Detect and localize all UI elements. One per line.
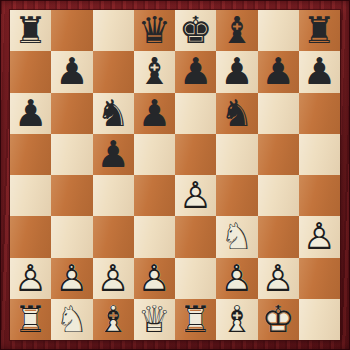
square-h1[interactable] (299, 299, 340, 340)
square-e8[interactable]: ♚ (175, 10, 216, 51)
square-f2[interactable]: ♟♙ (216, 258, 257, 299)
square-h5[interactable] (299, 134, 340, 175)
square-a2[interactable]: ♟♙ (10, 258, 51, 299)
square-d7[interactable]: ♝ (134, 51, 175, 92)
square-a8[interactable]: ♜ (10, 10, 51, 51)
square-g4[interactable] (258, 175, 299, 216)
square-e5[interactable] (175, 134, 216, 175)
square-e6[interactable] (175, 93, 216, 134)
white-pawn-h3-outline: ♙ (299, 216, 340, 257)
square-h2[interactable] (299, 258, 340, 299)
square-d5[interactable] (134, 134, 175, 175)
square-f7[interactable]: ♟ (216, 51, 257, 92)
square-g1[interactable]: ♚♔ (258, 299, 299, 340)
square-b6[interactable] (51, 93, 92, 134)
square-d2[interactable]: ♟♙ (134, 258, 175, 299)
square-c3[interactable] (93, 216, 134, 257)
square-e3[interactable] (175, 216, 216, 257)
square-a4[interactable] (10, 175, 51, 216)
square-c2[interactable]: ♟♙ (93, 258, 134, 299)
square-b7[interactable]: ♟ (51, 51, 92, 92)
square-c4[interactable] (93, 175, 134, 216)
square-e7[interactable]: ♟ (175, 51, 216, 92)
black-pawn-a6[interactable]: ♟ (10, 93, 51, 134)
square-b3[interactable] (51, 216, 92, 257)
square-f6[interactable]: ♞ (216, 93, 257, 134)
white-knight-b1-outline: ♘ (51, 299, 92, 340)
black-knight-c6[interactable]: ♞ (93, 93, 134, 134)
square-c7[interactable] (93, 51, 134, 92)
square-d1[interactable]: ♛♕ (134, 299, 175, 340)
square-g5[interactable] (258, 134, 299, 175)
white-pawn-d2-outline: ♙ (134, 258, 175, 299)
white-pawn-b2-outline: ♙ (51, 258, 92, 299)
black-queen-d8[interactable]: ♛ (134, 10, 175, 51)
square-g7[interactable]: ♟ (258, 51, 299, 92)
black-bishop-f8[interactable]: ♝ (216, 10, 257, 51)
white-pawn-c2-outline: ♙ (93, 258, 134, 299)
white-knight-f3-outline: ♘ (216, 216, 257, 257)
black-pawn-e7[interactable]: ♟ (175, 51, 216, 92)
square-c6[interactable]: ♞ (93, 93, 134, 134)
black-rook-a8[interactable]: ♜ (10, 10, 51, 51)
square-g6[interactable] (258, 93, 299, 134)
square-e1[interactable]: ♜♖ (175, 299, 216, 340)
square-d4[interactable] (134, 175, 175, 216)
black-pawn-h7[interactable]: ♟ (299, 51, 340, 92)
square-c5[interactable]: ♟ (93, 134, 134, 175)
square-h4[interactable] (299, 175, 340, 216)
white-bishop-f1-outline: ♗ (216, 299, 257, 340)
square-e2[interactable] (175, 258, 216, 299)
square-g8[interactable] (258, 10, 299, 51)
black-pawn-g7[interactable]: ♟ (258, 51, 299, 92)
square-h6[interactable] (299, 93, 340, 134)
black-king-e8[interactable]: ♚ (175, 10, 216, 51)
square-g2[interactable]: ♟♙ (258, 258, 299, 299)
square-h7[interactable]: ♟ (299, 51, 340, 92)
white-pawn-g2-outline: ♙ (258, 258, 299, 299)
black-pawn-c5[interactable]: ♟ (93, 134, 134, 175)
black-knight-f6[interactable]: ♞ (216, 93, 257, 134)
chess-board: ♜♛♚♝♜♟♝♟♟♟♟♟♞♟♞♟♟♙♞♘♟♙♟♙♟♙♟♙♟♙♟♙♟♙♜♖♞♘♝♗… (10, 10, 340, 340)
square-h8[interactable]: ♜ (299, 10, 340, 51)
square-b8[interactable] (51, 10, 92, 51)
square-d3[interactable] (134, 216, 175, 257)
white-bishop-c1-outline: ♗ (93, 299, 134, 340)
square-a5[interactable] (10, 134, 51, 175)
black-pawn-f7[interactable]: ♟ (216, 51, 257, 92)
board-frame: ♜♛♚♝♜♟♝♟♟♟♟♟♞♟♞♟♟♙♞♘♟♙♟♙♟♙♟♙♟♙♟♙♟♙♜♖♞♘♝♗… (0, 0, 350, 350)
square-c1[interactable]: ♝♗ (93, 299, 134, 340)
black-rook-h8[interactable]: ♜ (299, 10, 340, 51)
black-bishop-d7[interactable]: ♝ (134, 51, 175, 92)
square-a3[interactable] (10, 216, 51, 257)
square-d8[interactable]: ♛ (134, 10, 175, 51)
square-f3[interactable]: ♞♘ (216, 216, 257, 257)
square-g3[interactable] (258, 216, 299, 257)
white-king-g1-outline: ♔ (258, 299, 299, 340)
white-pawn-e4-outline: ♙ (175, 175, 216, 216)
square-c8[interactable] (93, 10, 134, 51)
square-f1[interactable]: ♝♗ (216, 299, 257, 340)
square-h3[interactable]: ♟♙ (299, 216, 340, 257)
square-b2[interactable]: ♟♙ (51, 258, 92, 299)
black-pawn-d6[interactable]: ♟ (134, 93, 175, 134)
square-d6[interactable]: ♟ (134, 93, 175, 134)
square-a1[interactable]: ♜♖ (10, 299, 51, 340)
square-f5[interactable] (216, 134, 257, 175)
white-rook-e1-outline: ♖ (175, 299, 216, 340)
white-pawn-f2-outline: ♙ (216, 258, 257, 299)
square-a7[interactable] (10, 51, 51, 92)
square-b5[interactable] (51, 134, 92, 175)
black-pawn-b7[interactable]: ♟ (51, 51, 92, 92)
square-b4[interactable] (51, 175, 92, 216)
white-queen-d1-outline: ♕ (134, 299, 175, 340)
square-f8[interactable]: ♝ (216, 10, 257, 51)
square-b1[interactable]: ♞♘ (51, 299, 92, 340)
square-f4[interactable] (216, 175, 257, 216)
square-a6[interactable]: ♟ (10, 93, 51, 134)
white-rook-a1-outline: ♖ (10, 299, 51, 340)
square-e4[interactable]: ♟♙ (175, 175, 216, 216)
white-pawn-a2-outline: ♙ (10, 258, 51, 299)
